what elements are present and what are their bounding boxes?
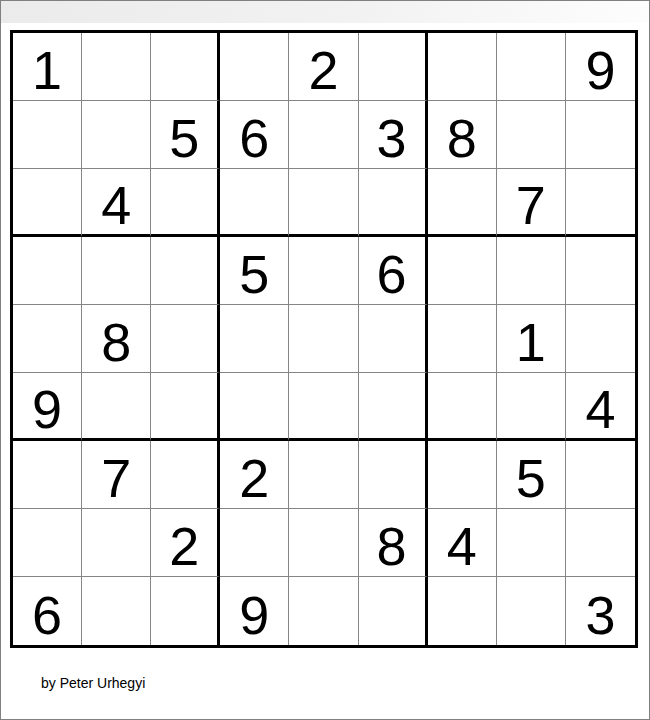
cell-r6c3[interactable]	[151, 373, 220, 441]
cell-r6c9[interactable]: 4	[566, 373, 635, 441]
cell-r6c6[interactable]	[359, 373, 428, 441]
cell-r6c5[interactable]	[289, 373, 358, 441]
cell-r4c9[interactable]	[566, 237, 635, 305]
cell-r4c5[interactable]	[289, 237, 358, 305]
cell-r5c2[interactable]: 8	[82, 305, 151, 373]
cell-r1c5[interactable]: 2	[289, 33, 358, 101]
cell-r9c4[interactable]: 9	[220, 577, 289, 645]
cell-r7c9[interactable]	[566, 441, 635, 509]
cell-r6c1[interactable]: 9	[13, 373, 82, 441]
cell-r2c2[interactable]	[82, 101, 151, 169]
cell-r1c8[interactable]	[497, 33, 566, 101]
page: 129563847568194725284693 by Peter Urhegy…	[0, 0, 650, 720]
cell-r1c7[interactable]	[428, 33, 497, 101]
cell-r5c6[interactable]	[359, 305, 428, 373]
cell-r2c8[interactable]	[497, 101, 566, 169]
cell-r5c4[interactable]	[220, 305, 289, 373]
cell-r8c3[interactable]: 2	[151, 509, 220, 577]
cell-r2c1[interactable]	[13, 101, 82, 169]
cell-r9c6[interactable]	[359, 577, 428, 645]
author-credit: by Peter Urhegyi	[41, 675, 145, 691]
cell-r4c7[interactable]	[428, 237, 497, 305]
cell-r6c4[interactable]	[220, 373, 289, 441]
cell-r2c5[interactable]	[289, 101, 358, 169]
cell-r7c1[interactable]	[13, 441, 82, 509]
cell-r4c2[interactable]	[82, 237, 151, 305]
cell-r8c1[interactable]	[13, 509, 82, 577]
cell-r5c8[interactable]: 1	[497, 305, 566, 373]
cell-r7c6[interactable]	[359, 441, 428, 509]
cell-r8c6[interactable]: 8	[359, 509, 428, 577]
cell-r3c8[interactable]: 7	[497, 169, 566, 237]
cell-r1c6[interactable]	[359, 33, 428, 101]
cell-r1c2[interactable]	[82, 33, 151, 101]
cell-r7c8[interactable]: 5	[497, 441, 566, 509]
cell-r5c9[interactable]	[566, 305, 635, 373]
cell-r6c8[interactable]	[497, 373, 566, 441]
cell-r8c5[interactable]	[289, 509, 358, 577]
cell-r2c4[interactable]: 6	[220, 101, 289, 169]
cell-r6c7[interactable]	[428, 373, 497, 441]
cell-r3c7[interactable]	[428, 169, 497, 237]
cell-r1c9[interactable]: 9	[566, 33, 635, 101]
cell-r9c9[interactable]: 3	[566, 577, 635, 645]
cell-r5c5[interactable]	[289, 305, 358, 373]
cell-r4c8[interactable]	[497, 237, 566, 305]
cell-r3c2[interactable]: 4	[82, 169, 151, 237]
cell-r5c7[interactable]	[428, 305, 497, 373]
cell-r4c4[interactable]: 5	[220, 237, 289, 305]
cell-r3c6[interactable]	[359, 169, 428, 237]
topbar-gradient	[1, 1, 649, 23]
cell-r4c6[interactable]: 6	[359, 237, 428, 305]
cell-r2c7[interactable]: 8	[428, 101, 497, 169]
cell-r1c4[interactable]	[220, 33, 289, 101]
cell-r7c2[interactable]: 7	[82, 441, 151, 509]
cell-r5c3[interactable]	[151, 305, 220, 373]
cell-r1c1[interactable]: 1	[13, 33, 82, 101]
cell-r3c9[interactable]	[566, 169, 635, 237]
cell-r8c9[interactable]	[566, 509, 635, 577]
cell-r9c7[interactable]	[428, 577, 497, 645]
cell-r1c3[interactable]	[151, 33, 220, 101]
cell-r4c1[interactable]	[13, 237, 82, 305]
cell-r9c8[interactable]	[497, 577, 566, 645]
sudoku-board: 129563847568194725284693	[10, 30, 638, 648]
cell-r7c7[interactable]	[428, 441, 497, 509]
cell-r5c1[interactable]	[13, 305, 82, 373]
cell-r7c5[interactable]	[289, 441, 358, 509]
cell-r3c4[interactable]	[220, 169, 289, 237]
cell-r2c9[interactable]	[566, 101, 635, 169]
cell-r3c3[interactable]	[151, 169, 220, 237]
cell-r7c4[interactable]: 2	[220, 441, 289, 509]
cell-r6c2[interactable]	[82, 373, 151, 441]
cell-r8c7[interactable]: 4	[428, 509, 497, 577]
cell-r8c4[interactable]	[220, 509, 289, 577]
cell-r3c5[interactable]	[289, 169, 358, 237]
cell-r9c2[interactable]	[82, 577, 151, 645]
cell-r2c6[interactable]: 3	[359, 101, 428, 169]
cell-r8c2[interactable]	[82, 509, 151, 577]
cell-r9c5[interactable]	[289, 577, 358, 645]
cell-r9c3[interactable]	[151, 577, 220, 645]
cell-r4c3[interactable]	[151, 237, 220, 305]
cell-r9c1[interactable]: 6	[13, 577, 82, 645]
cell-r2c3[interactable]: 5	[151, 101, 220, 169]
cell-r8c8[interactable]	[497, 509, 566, 577]
cell-r7c3[interactable]	[151, 441, 220, 509]
cell-r3c1[interactable]	[13, 169, 82, 237]
